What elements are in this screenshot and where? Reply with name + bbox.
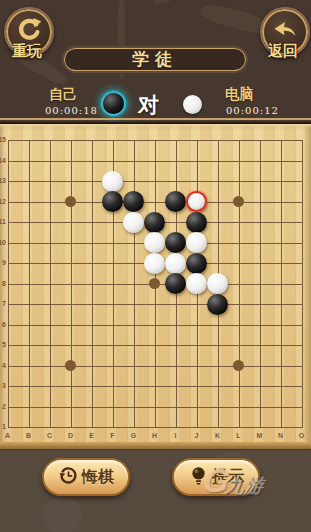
row-label-11: 11 [0, 218, 6, 225]
col-label-D: D [66, 432, 76, 439]
star-point-D4 [65, 360, 76, 371]
col-label-N: N [276, 432, 286, 439]
row-label-6: 6 [0, 321, 6, 328]
difficulty-label: 学徒 [132, 48, 178, 71]
row-label-5: 5 [0, 341, 6, 348]
star-point-L12 [233, 196, 244, 207]
white-stone-K8 [207, 273, 228, 294]
self-player-name: 自己 [49, 86, 77, 104]
hint-button-label: 提示 [212, 467, 244, 488]
black-stone-I12 [165, 191, 186, 212]
row-label-14: 14 [0, 157, 6, 164]
black-stone-H11 [144, 212, 165, 233]
lightbulb-icon [188, 465, 209, 490]
col-label-J: J [192, 432, 202, 439]
footer: 悔棋 提示 G九游 [0, 450, 311, 532]
row-label-8: 8 [0, 280, 6, 287]
col-label-B: B [24, 432, 34, 439]
star-point-H8 [149, 278, 160, 289]
self-black-stone-indicator [103, 93, 124, 114]
col-label-O: O [297, 432, 307, 439]
col-label-L: L [234, 432, 244, 439]
col-label-E: E [87, 432, 97, 439]
versus-label: 对 [138, 91, 159, 119]
black-stone-I8 [165, 273, 186, 294]
col-label-I: I [171, 432, 181, 439]
col-label-C: C [45, 432, 55, 439]
board-bottom-edge [0, 442, 311, 450]
star-point-L4 [233, 360, 244, 371]
replay-button-label[interactable]: 重玩 [0, 42, 54, 61]
undo-button-label: 悔棋 [82, 467, 114, 488]
white-stone-I9 [165, 253, 186, 274]
black-stone-G12 [123, 191, 144, 212]
star-point-D12 [65, 196, 76, 207]
white-stone-H9 [144, 253, 165, 274]
white-stone-F13 [102, 171, 123, 192]
game-board[interactable]: 151413121110987654321ABCDEFGHIJKLMNO [0, 124, 311, 450]
black-stone-I10 [165, 232, 186, 253]
back-button-label[interactable]: 返回 [256, 42, 310, 61]
black-stone-K7 [207, 294, 228, 315]
white-stone-J10 [186, 232, 207, 253]
row-label-13: 13 [0, 177, 6, 184]
row-label-9: 9 [0, 259, 6, 266]
black-stone-J9 [186, 253, 207, 274]
undo-clock-icon [58, 465, 79, 490]
col-label-H: H [150, 432, 160, 439]
row-label-2: 2 [0, 403, 6, 410]
opponent-white-stone-indicator [183, 95, 202, 114]
black-stone-F12 [102, 191, 123, 212]
hint-button[interactable]: 提示 [172, 458, 260, 496]
row-label-12: 12 [0, 198, 6, 205]
header-divider [0, 118, 311, 120]
col-label-F: F [108, 432, 118, 439]
white-stone-J12-last-move [186, 191, 207, 212]
row-label-1: 1 [0, 423, 6, 430]
col-label-M: M [255, 432, 265, 439]
white-stone-G11 [123, 212, 144, 233]
white-stone-H10 [144, 232, 165, 253]
row-label-4: 4 [0, 362, 6, 369]
opponent-player-name: 电脑 [225, 86, 253, 104]
black-stone-J11 [186, 212, 207, 233]
col-label-K: K [213, 432, 223, 439]
undo-move-button[interactable]: 悔棋 [42, 458, 130, 496]
row-label-15: 15 [0, 136, 6, 143]
col-label-A: A [3, 432, 13, 439]
row-label-3: 3 [0, 382, 6, 389]
white-stone-J8 [186, 273, 207, 294]
col-label-G: G [129, 432, 139, 439]
row-label-10: 10 [0, 239, 6, 246]
self-player-timer: 00:00:18 [45, 105, 98, 116]
header: 重玩 返回 学徒 自己 00:00:18 对 电脑 00:00:12 [0, 0, 311, 124]
row-label-7: 7 [0, 300, 6, 307]
difficulty-banner: 学徒 [62, 46, 248, 73]
opponent-player-timer: 00:00:12 [226, 105, 279, 116]
